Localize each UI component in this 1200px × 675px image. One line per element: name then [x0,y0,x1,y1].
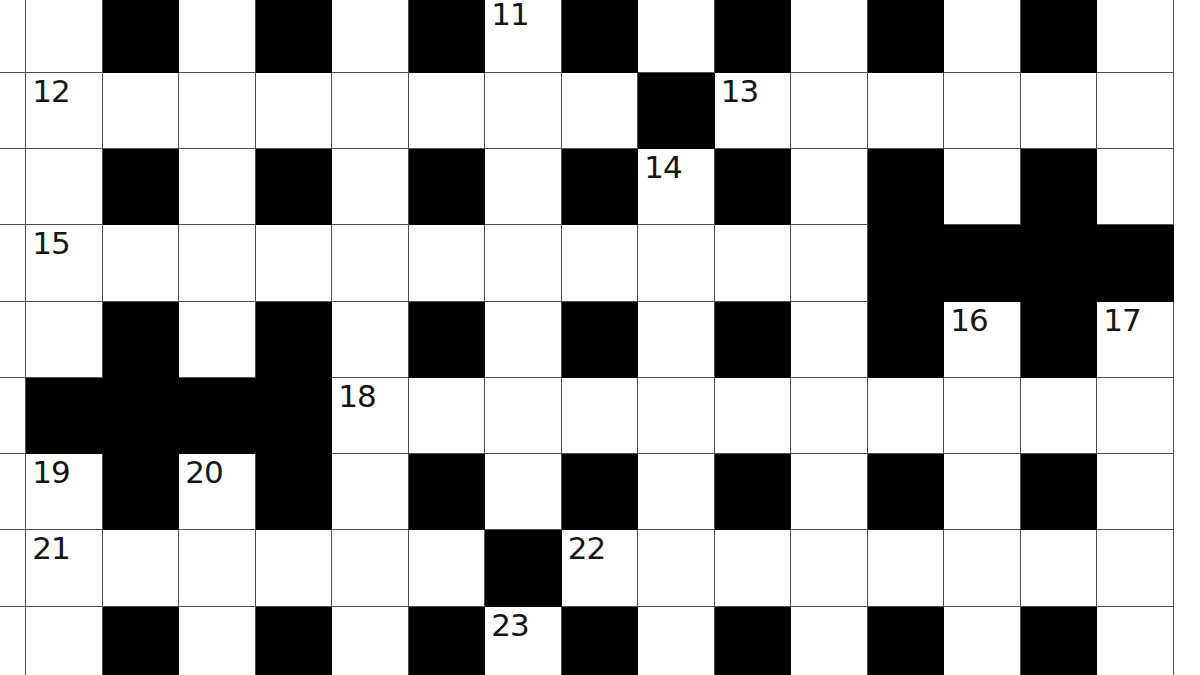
black-cell [868,149,945,225]
grid-cell[interactable] [1021,530,1098,606]
grid-cell[interactable]: 19 [26,454,103,530]
clue-number: 11 [491,0,528,31]
grid-cell[interactable] [1097,378,1174,454]
grid-cell[interactable] [409,225,486,301]
black-cell [179,378,256,454]
black-cell [26,378,103,454]
clue-number: 14 [644,151,681,184]
grid-cell[interactable] [944,378,1021,454]
grid-cell[interactable] [0,149,26,225]
grid-cell[interactable] [868,73,945,149]
grid-cell[interactable] [791,454,868,530]
grid-cell[interactable] [103,73,180,149]
black-cell [256,378,333,454]
grid-cell[interactable]: 14 [638,149,715,225]
black-cell [638,73,715,149]
grid-cell[interactable] [103,225,180,301]
grid-cell[interactable] [0,225,26,301]
grid-cell[interactable] [179,0,256,73]
grid-cell[interactable] [485,73,562,149]
black-cell [409,454,486,530]
black-cell [409,0,486,73]
grid-cell[interactable] [715,530,792,606]
black-cell [1021,225,1098,301]
black-cell [868,0,945,73]
grid-cell[interactable] [332,454,409,530]
black-cell [103,0,180,73]
grid-cell[interactable] [179,225,256,301]
grid-cell[interactable] [409,530,486,606]
black-cell [868,607,945,675]
grid-cell[interactable] [944,530,1021,606]
grid-cell[interactable]: 13 [715,73,792,149]
grid-cell[interactable] [0,302,26,378]
black-cell [562,302,639,378]
grid-cell[interactable]: 21 [26,530,103,606]
black-cell [1097,225,1174,301]
grid-cell[interactable]: 22 [562,530,639,606]
black-cell [1021,607,1098,675]
grid-cell[interactable] [1097,607,1174,675]
black-cell [562,149,639,225]
grid-cell[interactable] [409,378,486,454]
grid-cell[interactable] [944,607,1021,675]
black-cell [868,454,945,530]
black-cell [256,302,333,378]
clue-number: 19 [32,456,69,489]
grid-cell[interactable] [791,149,868,225]
grid-cell[interactable] [332,149,409,225]
black-cell [256,454,333,530]
grid-cell[interactable] [562,73,639,149]
grid-cell[interactable] [0,530,26,606]
grid-cell[interactable] [179,530,256,606]
grid-cell[interactable] [791,607,868,675]
black-cell [485,530,562,606]
clue-number: 16 [950,304,987,337]
grid-cell[interactable] [562,225,639,301]
grid-cell[interactable] [791,302,868,378]
grid-cell[interactable] [103,530,180,606]
grid-cell[interactable] [26,149,103,225]
grid-cell[interactable] [868,530,945,606]
black-cell [103,607,180,675]
grid-cell[interactable] [485,149,562,225]
grid-cell[interactable] [332,530,409,606]
grid-cell[interactable] [256,73,333,149]
grid-cell[interactable] [638,302,715,378]
grid-cell[interactable] [1097,454,1174,530]
grid-cell[interactable]: 18 [332,378,409,454]
black-cell [944,225,1021,301]
black-cell [715,607,792,675]
grid-cell[interactable] [26,607,103,675]
grid-cell[interactable]: 23 [485,607,562,675]
grid-cell[interactable] [409,73,486,149]
black-cell [715,149,792,225]
grid-cell[interactable] [332,0,409,73]
grid-cell[interactable] [179,302,256,378]
black-cell [1021,302,1098,378]
black-cell [103,302,180,378]
black-cell [562,0,639,73]
grid-cell[interactable] [791,378,868,454]
grid-cell[interactable] [944,454,1021,530]
black-cell [562,454,639,530]
black-cell [868,225,945,301]
grid-cell[interactable] [0,378,26,454]
grid-cell[interactable] [638,0,715,73]
grid-cell[interactable] [0,454,26,530]
clue-number: 22 [568,532,605,565]
black-cell [868,302,945,378]
clue-number: 17 [1103,304,1140,337]
black-cell [715,454,792,530]
clue-number: 13 [721,75,758,108]
grid-cell[interactable] [944,0,1021,73]
grid-cell[interactable] [715,378,792,454]
grid-cell[interactable] [0,607,26,675]
grid-cell[interactable]: 11 [485,0,562,73]
black-cell [715,302,792,378]
grid-cell[interactable] [256,530,333,606]
grid-cell[interactable] [1097,149,1174,225]
clue-number: 18 [338,380,375,413]
grid-cell[interactable] [638,530,715,606]
grid-cell[interactable] [562,378,639,454]
black-cell [1021,0,1098,73]
black-cell [409,149,486,225]
grid-cell[interactable] [791,73,868,149]
black-cell [103,454,180,530]
grid-cell[interactable]: 15 [26,225,103,301]
grid-cell[interactable] [332,607,409,675]
grid-cell[interactable] [179,607,256,675]
black-cell [409,607,486,675]
grid-cell[interactable] [1021,73,1098,149]
grid-cell[interactable] [1097,530,1174,606]
grid-cell[interactable] [485,378,562,454]
clue-number: 12 [32,75,69,108]
grid-cell[interactable] [485,454,562,530]
grid-cell[interactable] [1097,73,1174,149]
clue-number: 20 [185,456,222,489]
grid-cell[interactable] [26,0,103,73]
grid-cell[interactable] [638,607,715,675]
clue-number: 15 [32,227,69,260]
clue-number: 21 [32,532,69,565]
grid-cell[interactable] [1097,0,1174,73]
black-cell [1021,149,1098,225]
black-cell [256,149,333,225]
grid-cell[interactable]: 16 [944,302,1021,378]
grid-cell[interactable] [1021,378,1098,454]
grid-cell[interactable] [485,225,562,301]
black-cell [409,302,486,378]
grid-cell[interactable] [179,149,256,225]
grid-cell[interactable] [791,530,868,606]
grid-cell[interactable] [0,0,26,73]
grid-cell[interactable]: 17 [1097,302,1174,378]
black-cell [715,0,792,73]
black-cell [103,149,180,225]
grid-cell[interactable] [944,149,1021,225]
crossword-grid: 11121314151617181920212223 [0,0,1174,675]
grid-cell[interactable]: 12 [26,73,103,149]
grid-cell[interactable] [868,378,945,454]
grid-cell[interactable] [638,454,715,530]
grid-cell[interactable] [715,225,792,301]
grid-cell[interactable] [791,225,868,301]
grid-cell[interactable]: 20 [179,454,256,530]
grid-cell[interactable] [179,73,256,149]
grid-cell[interactable] [944,73,1021,149]
black-cell [1021,454,1098,530]
clue-number: 23 [491,609,528,642]
grid-cell[interactable] [485,302,562,378]
grid-cell[interactable] [332,225,409,301]
grid-cell[interactable] [638,225,715,301]
black-cell [256,607,333,675]
grid-cell[interactable] [332,73,409,149]
grid-cell[interactable] [0,73,26,149]
grid-cell[interactable] [256,225,333,301]
grid-cell[interactable] [791,0,868,73]
black-cell [562,607,639,675]
grid-cell[interactable] [26,302,103,378]
black-cell [256,0,333,73]
black-cell [103,378,180,454]
grid-cell[interactable] [638,378,715,454]
grid-cell[interactable] [332,302,409,378]
crossword-page: { "game": "crossword", "description": "B… [0,0,1200,675]
